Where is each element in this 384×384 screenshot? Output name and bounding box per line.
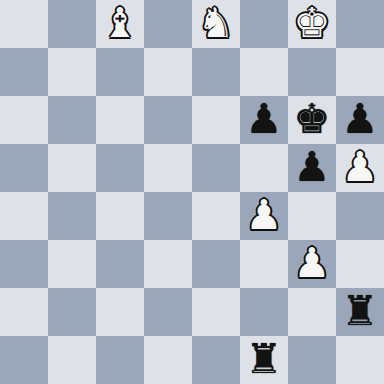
square-h3[interactable] [336, 240, 384, 288]
square-c4[interactable] [96, 192, 144, 240]
square-b1[interactable] [48, 336, 96, 384]
square-b4[interactable] [48, 192, 96, 240]
black-rook-piece[interactable]: ♜ [246, 335, 283, 383]
square-g4[interactable] [288, 192, 336, 240]
square-a4[interactable] [0, 192, 48, 240]
square-c2[interactable] [96, 288, 144, 336]
square-d5[interactable] [144, 144, 192, 192]
square-a6[interactable] [0, 96, 48, 144]
square-d6[interactable] [144, 96, 192, 144]
square-b6[interactable] [48, 96, 96, 144]
square-d4[interactable] [144, 192, 192, 240]
square-d3[interactable] [144, 240, 192, 288]
square-b8[interactable] [48, 0, 96, 48]
square-a3[interactable] [0, 240, 48, 288]
square-f2[interactable] [240, 288, 288, 336]
square-h4[interactable] [336, 192, 384, 240]
square-e3[interactable] [192, 240, 240, 288]
white-knight-piece[interactable]: ♞ [198, 0, 235, 47]
square-g5[interactable]: ♟ [288, 144, 336, 192]
square-e5[interactable] [192, 144, 240, 192]
white-bishop-piece[interactable]: ♝ [102, 0, 139, 47]
square-a1[interactable] [0, 336, 48, 384]
square-c3[interactable] [96, 240, 144, 288]
square-h1[interactable] [336, 336, 384, 384]
square-d1[interactable] [144, 336, 192, 384]
square-e1[interactable] [192, 336, 240, 384]
square-b3[interactable] [48, 240, 96, 288]
square-c7[interactable] [96, 48, 144, 96]
square-c1[interactable] [96, 336, 144, 384]
square-b5[interactable] [48, 144, 96, 192]
square-e7[interactable] [192, 48, 240, 96]
square-d2[interactable] [144, 288, 192, 336]
black-pawn-piece[interactable]: ♟ [246, 95, 283, 143]
square-f5[interactable] [240, 144, 288, 192]
square-f3[interactable] [240, 240, 288, 288]
square-g8[interactable]: ♚ [288, 0, 336, 48]
square-a2[interactable] [0, 288, 48, 336]
square-f8[interactable] [240, 0, 288, 48]
white-pawn-piece[interactable]: ♟ [246, 191, 283, 239]
square-f4[interactable]: ♟ [240, 192, 288, 240]
square-a7[interactable] [0, 48, 48, 96]
square-g7[interactable] [288, 48, 336, 96]
square-a8[interactable] [0, 0, 48, 48]
chess-board: ♝♞♚♟♚♟♟♟♟♟♜♜ [0, 0, 384, 384]
square-f6[interactable]: ♟ [240, 96, 288, 144]
square-g3[interactable]: ♟ [288, 240, 336, 288]
square-d7[interactable] [144, 48, 192, 96]
square-e4[interactable] [192, 192, 240, 240]
square-h5[interactable]: ♟ [336, 144, 384, 192]
square-h8[interactable] [336, 0, 384, 48]
square-c6[interactable] [96, 96, 144, 144]
square-g6[interactable]: ♚ [288, 96, 336, 144]
black-pawn-piece[interactable]: ♟ [342, 95, 379, 143]
black-rook-piece[interactable]: ♜ [342, 287, 379, 335]
white-king-piece[interactable]: ♚ [294, 0, 331, 47]
black-king-piece[interactable]: ♚ [294, 95, 331, 143]
square-g1[interactable] [288, 336, 336, 384]
square-e6[interactable] [192, 96, 240, 144]
square-h2[interactable]: ♜ [336, 288, 384, 336]
black-pawn-piece[interactable]: ♟ [294, 143, 331, 191]
square-h7[interactable] [336, 48, 384, 96]
square-e8[interactable]: ♞ [192, 0, 240, 48]
square-c8[interactable]: ♝ [96, 0, 144, 48]
square-f1[interactable]: ♜ [240, 336, 288, 384]
square-e2[interactable] [192, 288, 240, 336]
square-b7[interactable] [48, 48, 96, 96]
square-d8[interactable] [144, 0, 192, 48]
square-b2[interactable] [48, 288, 96, 336]
square-f7[interactable] [240, 48, 288, 96]
square-c5[interactable] [96, 144, 144, 192]
white-pawn-piece[interactable]: ♟ [342, 143, 379, 191]
square-g2[interactable] [288, 288, 336, 336]
white-pawn-piece[interactable]: ♟ [294, 239, 331, 287]
square-a5[interactable] [0, 144, 48, 192]
square-h6[interactable]: ♟ [336, 96, 384, 144]
